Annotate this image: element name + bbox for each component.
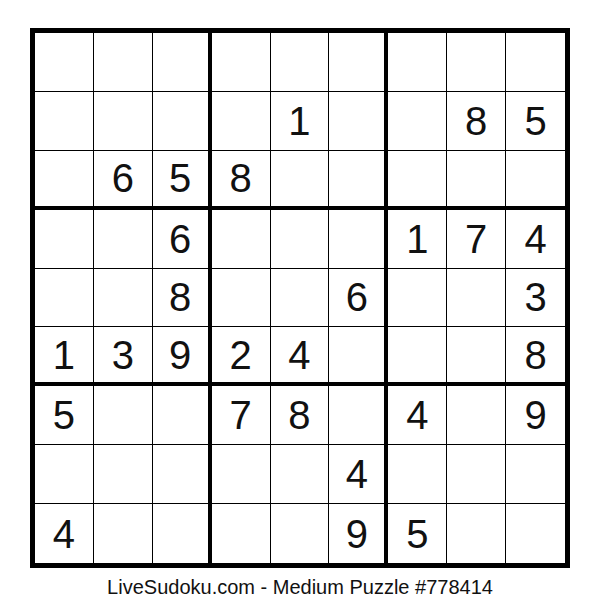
cell-r1c4 (212, 33, 271, 92)
cell-r6c8 (447, 327, 506, 386)
cell-r6c7 (388, 327, 447, 386)
cell-r1c2 (94, 33, 153, 92)
cell-r8c6: 4 (329, 445, 388, 504)
cell-r4c5 (271, 210, 330, 269)
cell-r1c3 (153, 33, 212, 92)
cell-r5c6: 6 (329, 269, 388, 328)
cell-r6c4: 2 (212, 327, 271, 386)
cell-r8c7 (388, 445, 447, 504)
cell-r9c5 (271, 504, 330, 563)
cell-r4c1 (35, 210, 94, 269)
cell-r4c7: 1 (388, 210, 447, 269)
cell-r1c5 (271, 33, 330, 92)
cell-r8c5 (271, 445, 330, 504)
sudoku-page: © LiveSudoku.com 18565861748631392485784… (0, 0, 600, 615)
cell-r1c1 (35, 33, 94, 92)
cell-r6c5: 4 (271, 327, 330, 386)
cell-r8c8 (447, 445, 506, 504)
cell-r3c9 (506, 151, 565, 210)
cell-r4c9: 4 (506, 210, 565, 269)
cell-r9c8 (447, 504, 506, 563)
cell-r7c1: 5 (35, 386, 94, 445)
cell-r4c3: 6 (153, 210, 212, 269)
cell-r1c6 (329, 33, 388, 92)
cell-r9c9 (506, 504, 565, 563)
cell-r5c1 (35, 269, 94, 328)
cell-r3c3: 5 (153, 151, 212, 210)
cell-r7c9: 9 (506, 386, 565, 445)
cell-r3c2: 6 (94, 151, 153, 210)
cell-r6c6 (329, 327, 388, 386)
cell-r2c6 (329, 92, 388, 151)
cell-r1c9 (506, 33, 565, 92)
cell-r6c9: 8 (506, 327, 565, 386)
cell-r7c7: 4 (388, 386, 447, 445)
cell-r3c8 (447, 151, 506, 210)
cell-r5c9: 3 (506, 269, 565, 328)
cell-r7c2 (94, 386, 153, 445)
cell-r4c8: 7 (447, 210, 506, 269)
cell-r2c9: 5 (506, 92, 565, 151)
cell-r8c2 (94, 445, 153, 504)
cell-r2c2 (94, 92, 153, 151)
cell-r3c1 (35, 151, 94, 210)
cell-r1c8 (447, 33, 506, 92)
cell-r5c3: 8 (153, 269, 212, 328)
puzzle-caption: LiveSudoku.com - Medium Puzzle #778414 (0, 576, 600, 599)
cell-r2c1 (35, 92, 94, 151)
sudoku-board: © LiveSudoku.com 18565861748631392485784… (30, 28, 570, 568)
cell-r9c3 (153, 504, 212, 563)
cell-r5c5 (271, 269, 330, 328)
cell-r2c3 (153, 92, 212, 151)
cell-r9c2 (94, 504, 153, 563)
cell-r6c1: 1 (35, 327, 94, 386)
cell-r5c7 (388, 269, 447, 328)
cell-r7c6 (329, 386, 388, 445)
cell-r2c7 (388, 92, 447, 151)
cell-r4c6 (329, 210, 388, 269)
cell-r9c1: 4 (35, 504, 94, 563)
cell-r3c4: 8 (212, 151, 271, 210)
cell-r4c4 (212, 210, 271, 269)
cell-r5c8 (447, 269, 506, 328)
cell-r3c6 (329, 151, 388, 210)
cell-r9c4 (212, 504, 271, 563)
cell-r8c1 (35, 445, 94, 504)
cell-r7c5: 8 (271, 386, 330, 445)
cell-r2c8: 8 (447, 92, 506, 151)
cell-r7c4: 7 (212, 386, 271, 445)
cell-r1c7 (388, 33, 447, 92)
cell-r2c4 (212, 92, 271, 151)
cell-r7c3 (153, 386, 212, 445)
cell-r8c3 (153, 445, 212, 504)
cell-r8c9 (506, 445, 565, 504)
cell-r6c2: 3 (94, 327, 153, 386)
cell-r5c2 (94, 269, 153, 328)
cell-r4c2 (94, 210, 153, 269)
cell-r3c7 (388, 151, 447, 210)
cell-r6c3: 9 (153, 327, 212, 386)
cell-r9c6: 9 (329, 504, 388, 563)
cell-r2c5: 1 (271, 92, 330, 151)
sudoku-grid: 1856586174863139248578494495 (35, 33, 565, 563)
cell-r5c4 (212, 269, 271, 328)
cell-r3c5 (271, 151, 330, 210)
cell-r9c7: 5 (388, 504, 447, 563)
cell-r8c4 (212, 445, 271, 504)
cell-r7c8 (447, 386, 506, 445)
